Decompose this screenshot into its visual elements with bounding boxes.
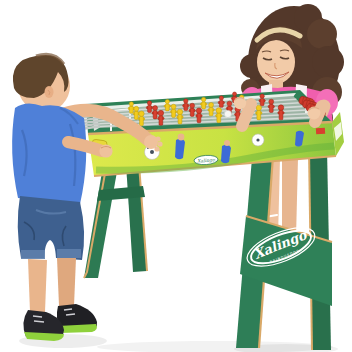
floor-shadows — [19, 334, 338, 352]
apron-flag-graphic — [316, 128, 325, 135]
player-head — [134, 106, 139, 111]
screenshot-stage: Xalingo BRINQUEDOS — [0, 0, 352, 352]
player-body — [209, 107, 213, 115]
player-head — [177, 109, 182, 114]
player-body — [178, 114, 182, 124]
boy-leg-left — [28, 259, 47, 312]
player-head — [260, 94, 264, 98]
player-body — [165, 104, 169, 111]
boy-leg-right — [57, 258, 76, 306]
player-head — [209, 103, 214, 108]
boy-shorts — [18, 196, 84, 260]
player-head — [201, 97, 205, 101]
player-body — [260, 98, 264, 105]
player-head — [139, 111, 144, 116]
player-body — [269, 104, 273, 112]
player-head — [147, 101, 151, 105]
scene-photo: Xalingo BRINQUEDOS — [0, 0, 352, 352]
player-head — [256, 105, 261, 110]
player-body — [140, 116, 144, 126]
player-body — [129, 106, 133, 113]
player-body — [190, 108, 194, 116]
player-body — [148, 105, 152, 112]
player-body — [257, 110, 261, 120]
apron-soccer-ball-icon — [252, 134, 264, 146]
player-head — [227, 101, 232, 106]
player-head — [216, 108, 222, 114]
player-head — [158, 110, 164, 116]
player-head — [219, 96, 223, 100]
player-body — [219, 100, 223, 107]
boy-ear — [45, 86, 54, 98]
table-left-legs — [84, 164, 147, 278]
player-body — [202, 102, 206, 109]
game-ball — [224, 110, 231, 117]
player-head — [278, 105, 284, 111]
player-head — [165, 99, 169, 103]
player-body — [153, 110, 157, 118]
player-head — [269, 99, 274, 104]
player-body — [217, 113, 221, 123]
player-head — [184, 99, 188, 103]
player-head — [171, 104, 176, 109]
player-head — [196, 108, 201, 113]
player-body — [184, 103, 188, 110]
player-body — [197, 113, 201, 123]
player-head — [233, 92, 237, 96]
player-body — [172, 109, 176, 117]
player-body — [279, 110, 283, 120]
player-head — [153, 106, 158, 111]
player-body — [159, 116, 163, 126]
player-body — [134, 111, 138, 119]
player-head — [129, 102, 133, 106]
player-head — [190, 103, 195, 108]
